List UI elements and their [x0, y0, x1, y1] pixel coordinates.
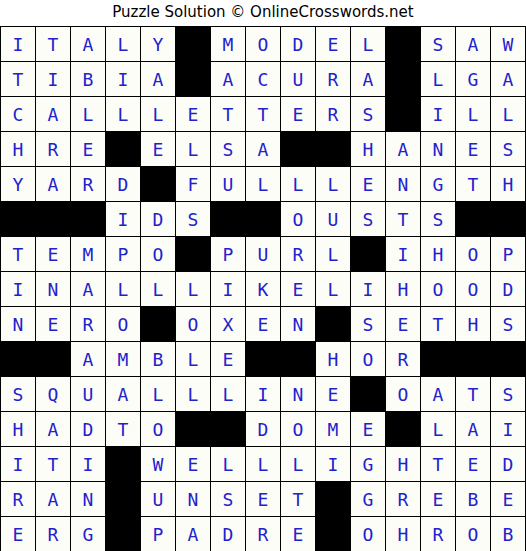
- letter-cell-r9c7: X: [211, 307, 246, 342]
- letter-cell-r9c9: N: [281, 307, 316, 342]
- black-cell-r6c2: [36, 202, 71, 237]
- letter-cell-r7c3: M: [71, 237, 106, 272]
- black-cell-r4c10: [316, 132, 351, 167]
- letter-cell-r3c6: E: [176, 97, 211, 132]
- letter-cell-r5c7: U: [211, 167, 246, 202]
- letter-cell-r3c7: T: [211, 97, 246, 132]
- black-cell-r6c7: [211, 202, 246, 237]
- letter-cell-r9c2: E: [36, 307, 71, 342]
- letter-cell-r8c11: I: [351, 272, 386, 307]
- letter-cell-r11c8: I: [246, 377, 281, 412]
- black-cell-r10c14: [456, 342, 491, 377]
- letter-cell-r5c12: N: [386, 167, 421, 202]
- letter-cell-r12c2: A: [36, 412, 71, 447]
- letter-cell-r9c13: T: [421, 307, 456, 342]
- puzzle-solution-page: Puzzle Solution © OnlineCrosswords.net I…: [0, 0, 526, 551]
- letter-cell-r13c10: I: [316, 447, 351, 482]
- letter-cell-r4c12: A: [386, 132, 421, 167]
- letter-cell-r2c7: A: [211, 62, 246, 97]
- black-cell-r11c11: [351, 377, 386, 412]
- letter-cell-r12c1: H: [1, 412, 36, 447]
- crossword-grid: ITALYMODELSAWTIBIAACURALGACALLLETTERSILL…: [0, 26, 526, 551]
- letter-cell-r6c11: S: [351, 202, 386, 237]
- letter-cell-r5c1: Y: [1, 167, 36, 202]
- letter-cell-r5c13: G: [421, 167, 456, 202]
- letter-cell-r2c8: C: [246, 62, 281, 97]
- letter-cell-r11c10: E: [316, 377, 351, 412]
- black-cell-r10c2: [36, 342, 71, 377]
- letter-cell-r7c2: E: [36, 237, 71, 272]
- black-cell-r3c12: [386, 97, 421, 132]
- letter-cell-r6c4: I: [106, 202, 141, 237]
- letter-cell-r11c4: A: [106, 377, 141, 412]
- letter-cell-r12c8: D: [246, 412, 281, 447]
- letter-cell-r8c2: N: [36, 272, 71, 307]
- letter-cell-r15c8: R: [246, 517, 281, 551]
- letter-cell-r9c1: N: [1, 307, 36, 342]
- letter-cell-r5c11: E: [351, 167, 386, 202]
- letter-cell-r11c5: L: [141, 377, 176, 412]
- letter-cell-r14c2: A: [36, 482, 71, 517]
- letter-cell-r4c11: H: [351, 132, 386, 167]
- letter-cell-r3c10: R: [316, 97, 351, 132]
- letter-cell-r13c11: G: [351, 447, 386, 482]
- letter-cell-r8c8: K: [246, 272, 281, 307]
- black-cell-r6c14: [456, 202, 491, 237]
- black-cell-r12c6: [176, 412, 211, 447]
- letter-cell-r15c7: D: [211, 517, 246, 551]
- letter-cell-r9c3: R: [71, 307, 106, 342]
- black-cell-r6c1: [1, 202, 36, 237]
- letter-cell-r15c11: O: [351, 517, 386, 551]
- letter-cell-r7c12: I: [386, 237, 421, 272]
- letter-cell-r7c8: U: [246, 237, 281, 272]
- letter-cell-r13c1: I: [1, 447, 36, 482]
- black-cell-r15c4: [106, 517, 141, 551]
- letter-cell-r5c6: F: [176, 167, 211, 202]
- letter-cell-r12c4: T: [106, 412, 141, 447]
- letter-cell-r14c7: S: [211, 482, 246, 517]
- black-cell-r6c3: [71, 202, 106, 237]
- black-cell-r12c7: [211, 412, 246, 447]
- letter-cell-r9c4: O: [106, 307, 141, 342]
- letter-cell-r8c12: H: [386, 272, 421, 307]
- letter-cell-r11c12: O: [386, 377, 421, 412]
- black-cell-r14c4: [106, 482, 141, 517]
- letter-cell-r13c14: E: [456, 447, 491, 482]
- letter-cell-r6c5: D: [141, 202, 176, 237]
- letter-cell-r2c14: G: [456, 62, 491, 97]
- page-title: Puzzle Solution © OnlineCrosswords.net: [0, 0, 526, 26]
- letter-cell-r14c14: B: [456, 482, 491, 517]
- letter-cell-r15c15: B: [491, 517, 526, 551]
- letter-cell-r1c10: E: [316, 27, 351, 62]
- letter-cell-r10c4: M: [106, 342, 141, 377]
- black-cell-r6c15: [491, 202, 526, 237]
- letter-cell-r14c12: R: [386, 482, 421, 517]
- black-cell-r13c4: [106, 447, 141, 482]
- letter-cell-r4c2: R: [36, 132, 71, 167]
- letter-cell-r6c10: U: [316, 202, 351, 237]
- letter-cell-r5c3: R: [71, 167, 106, 202]
- black-cell-r4c9: [281, 132, 316, 167]
- letter-cell-r7c10: L: [316, 237, 351, 272]
- letter-cell-r11c13: A: [421, 377, 456, 412]
- letter-cell-r2c4: I: [106, 62, 141, 97]
- letter-cell-r13c3: I: [71, 447, 106, 482]
- letter-cell-r10c10: H: [316, 342, 351, 377]
- letter-cell-r1c3: A: [71, 27, 106, 62]
- letter-cell-r7c15: P: [491, 237, 526, 272]
- letter-cell-r8c7: I: [211, 272, 246, 307]
- letter-cell-r10c6: L: [176, 342, 211, 377]
- letter-cell-r9c11: S: [351, 307, 386, 342]
- letter-cell-r15c12: H: [386, 517, 421, 551]
- letter-cell-r11c9: N: [281, 377, 316, 412]
- letter-cell-r12c13: L: [421, 412, 456, 447]
- letter-cell-r14c1: R: [1, 482, 36, 517]
- letter-cell-r14c3: N: [71, 482, 106, 517]
- letter-cell-r3c13: I: [421, 97, 456, 132]
- letter-cell-r2c1: T: [1, 62, 36, 97]
- letter-cell-r5c14: T: [456, 167, 491, 202]
- letter-cell-r4c14: E: [456, 132, 491, 167]
- letter-cell-r11c15: S: [491, 377, 526, 412]
- black-cell-r10c13: [421, 342, 456, 377]
- letter-cell-r7c9: R: [281, 237, 316, 272]
- letter-cell-r2c10: R: [316, 62, 351, 97]
- letter-cell-r2c15: A: [491, 62, 526, 97]
- letter-cell-r8c6: L: [176, 272, 211, 307]
- letter-cell-r1c8: O: [246, 27, 281, 62]
- letter-cell-r8c10: L: [316, 272, 351, 307]
- letter-cell-r3c4: L: [106, 97, 141, 132]
- black-cell-r2c6: [176, 62, 211, 97]
- letter-cell-r14c5: U: [141, 482, 176, 517]
- letter-cell-r9c8: E: [246, 307, 281, 342]
- letter-cell-r9c12: E: [386, 307, 421, 342]
- letter-cell-r12c10: M: [316, 412, 351, 447]
- letter-cell-r4c15: S: [491, 132, 526, 167]
- letter-cell-r13c2: T: [36, 447, 71, 482]
- letter-cell-r1c14: A: [456, 27, 491, 62]
- letter-cell-r11c3: U: [71, 377, 106, 412]
- letter-cell-r9c6: O: [176, 307, 211, 342]
- letter-cell-r7c13: H: [421, 237, 456, 272]
- letter-cell-r12c9: O: [281, 412, 316, 447]
- letter-cell-r14c13: E: [421, 482, 456, 517]
- letter-cell-r8c15: D: [491, 272, 526, 307]
- letter-cell-r4c1: H: [1, 132, 36, 167]
- letter-cell-r1c4: L: [106, 27, 141, 62]
- letter-cell-r15c13: R: [421, 517, 456, 551]
- black-cell-r12c12: [386, 412, 421, 447]
- letter-cell-r7c4: P: [106, 237, 141, 272]
- letter-cell-r6c13: S: [421, 202, 456, 237]
- letter-cell-r5c8: L: [246, 167, 281, 202]
- letter-cell-r8c3: A: [71, 272, 106, 307]
- letter-cell-r3c3: L: [71, 97, 106, 132]
- letter-cell-r12c15: I: [491, 412, 526, 447]
- letter-cell-r3c9: E: [281, 97, 316, 132]
- letter-cell-r2c11: A: [351, 62, 386, 97]
- letter-cell-r8c13: O: [421, 272, 456, 307]
- letter-cell-r10c3: A: [71, 342, 106, 377]
- letter-cell-r1c15: W: [491, 27, 526, 62]
- letter-cell-r8c14: O: [456, 272, 491, 307]
- letter-cell-r7c5: O: [141, 237, 176, 272]
- letter-cell-r15c1: E: [1, 517, 36, 551]
- letter-cell-r15c9: E: [281, 517, 316, 551]
- letter-cell-r3c15: L: [491, 97, 526, 132]
- black-cell-r4c4: [106, 132, 141, 167]
- black-cell-r1c12: [386, 27, 421, 62]
- black-cell-r10c1: [1, 342, 36, 377]
- letter-cell-r12c5: O: [141, 412, 176, 447]
- letter-cell-r6c6: S: [176, 202, 211, 237]
- letter-cell-r1c7: M: [211, 27, 246, 62]
- black-cell-r10c9: [281, 342, 316, 377]
- black-cell-r9c5: [141, 307, 176, 342]
- black-cell-r7c11: [351, 237, 386, 272]
- letter-cell-r12c11: E: [351, 412, 386, 447]
- letter-cell-r2c2: I: [36, 62, 71, 97]
- letter-cell-r14c9: T: [281, 482, 316, 517]
- letter-cell-r10c11: O: [351, 342, 386, 377]
- letter-cell-r11c6: L: [176, 377, 211, 412]
- letter-cell-r11c1: S: [1, 377, 36, 412]
- black-cell-r2c12: [386, 62, 421, 97]
- letter-cell-r14c6: N: [176, 482, 211, 517]
- letter-cell-r10c7: E: [211, 342, 246, 377]
- letter-cell-r1c9: D: [281, 27, 316, 62]
- letter-cell-r10c5: B: [141, 342, 176, 377]
- letter-cell-r8c9: E: [281, 272, 316, 307]
- letter-cell-r2c5: A: [141, 62, 176, 97]
- letter-cell-r1c5: Y: [141, 27, 176, 62]
- letter-cell-r14c15: E: [491, 482, 526, 517]
- letter-cell-r6c9: O: [281, 202, 316, 237]
- letter-cell-r5c15: H: [491, 167, 526, 202]
- letter-cell-r12c14: A: [456, 412, 491, 447]
- letter-cell-r4c7: S: [211, 132, 246, 167]
- letter-cell-r2c3: B: [71, 62, 106, 97]
- black-cell-r5c5: [141, 167, 176, 202]
- letter-cell-r13c9: L: [281, 447, 316, 482]
- letter-cell-r5c10: L: [316, 167, 351, 202]
- letter-cell-r4c5: E: [141, 132, 176, 167]
- black-cell-r9c10: [316, 307, 351, 342]
- letter-cell-r4c3: E: [71, 132, 106, 167]
- letter-cell-r11c14: T: [456, 377, 491, 412]
- letter-cell-r12c3: D: [71, 412, 106, 447]
- letter-cell-r15c14: O: [456, 517, 491, 551]
- black-cell-r6c8: [246, 202, 281, 237]
- letter-cell-r11c2: Q: [36, 377, 71, 412]
- letter-cell-r15c2: R: [36, 517, 71, 551]
- letter-cell-r15c6: A: [176, 517, 211, 551]
- letter-cell-r3c8: T: [246, 97, 281, 132]
- letter-cell-r13c15: D: [491, 447, 526, 482]
- letter-cell-r8c5: L: [141, 272, 176, 307]
- letter-cell-r1c1: I: [1, 27, 36, 62]
- letter-cell-r4c6: L: [176, 132, 211, 167]
- letter-cell-r13c13: T: [421, 447, 456, 482]
- letter-cell-r14c11: G: [351, 482, 386, 517]
- black-cell-r10c15: [491, 342, 526, 377]
- letter-cell-r14c8: E: [246, 482, 281, 517]
- letter-cell-r3c11: S: [351, 97, 386, 132]
- letter-cell-r1c13: S: [421, 27, 456, 62]
- letter-cell-r1c2: T: [36, 27, 71, 62]
- letter-cell-r3c5: L: [141, 97, 176, 132]
- letter-cell-r2c13: L: [421, 62, 456, 97]
- black-cell-r10c8: [246, 342, 281, 377]
- letter-cell-r8c4: L: [106, 272, 141, 307]
- black-cell-r7c6: [176, 237, 211, 272]
- letter-cell-r5c9: L: [281, 167, 316, 202]
- black-cell-r14c10: [316, 482, 351, 517]
- letter-cell-r7c14: O: [456, 237, 491, 272]
- letter-cell-r11c7: L: [211, 377, 246, 412]
- letter-cell-r4c13: N: [421, 132, 456, 167]
- letter-cell-r1c11: L: [351, 27, 386, 62]
- letter-cell-r9c15: S: [491, 307, 526, 342]
- letter-cell-r4c8: A: [246, 132, 281, 167]
- letter-cell-r15c3: G: [71, 517, 106, 551]
- black-cell-r15c10: [316, 517, 351, 551]
- letter-cell-r7c7: P: [211, 237, 246, 272]
- letter-cell-r8c1: I: [1, 272, 36, 307]
- letter-cell-r7c1: T: [1, 237, 36, 272]
- letter-cell-r13c6: E: [176, 447, 211, 482]
- letter-cell-r13c12: H: [386, 447, 421, 482]
- letter-cell-r3c2: A: [36, 97, 71, 132]
- letter-cell-r10c12: R: [386, 342, 421, 377]
- black-cell-r1c6: [176, 27, 211, 62]
- letter-cell-r2c9: U: [281, 62, 316, 97]
- letter-cell-r5c4: D: [106, 167, 141, 202]
- letter-cell-r9c14: H: [456, 307, 491, 342]
- letter-cell-r13c8: L: [246, 447, 281, 482]
- letter-cell-r15c5: P: [141, 517, 176, 551]
- letter-cell-r13c5: W: [141, 447, 176, 482]
- letter-cell-r3c1: C: [1, 97, 36, 132]
- letter-cell-r3c14: L: [456, 97, 491, 132]
- letter-cell-r13c7: L: [211, 447, 246, 482]
- letter-cell-r6c12: T: [386, 202, 421, 237]
- letter-cell-r5c2: A: [36, 167, 71, 202]
